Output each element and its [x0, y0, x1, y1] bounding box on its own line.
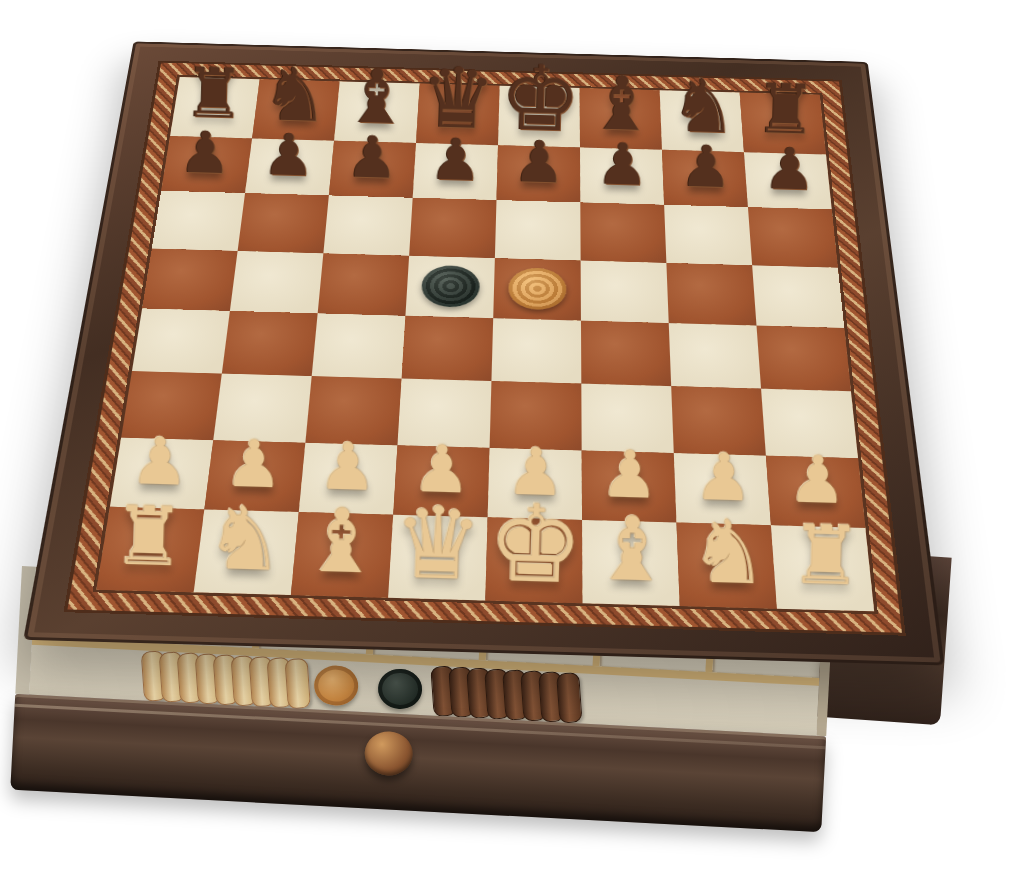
light-rook-h1[interactable]: ♜	[788, 514, 863, 597]
square-b6[interactable]	[238, 193, 329, 253]
square-f5[interactable]	[581, 260, 669, 323]
dark-pawn-h7[interactable]: ♟	[763, 139, 816, 198]
dark-pawn-e7[interactable]: ♟	[513, 132, 566, 191]
square-h4[interactable]	[756, 326, 850, 392]
square-a5[interactable]	[142, 248, 238, 311]
product-photo-scene: ♟♟♟♟♟♟♟♟♟♟ ♜♞♝♛♚♝♞♜♟♟♟♟♟♟♟♟♟♟♟♟♟♟♟♟♜♞♝♛♚…	[0, 0, 1024, 882]
square-g7[interactable]: ♟	[662, 150, 748, 207]
square-b1[interactable]: ♞	[194, 509, 299, 595]
square-h6[interactable]	[748, 207, 838, 267]
square-h7[interactable]: ♟	[744, 152, 832, 210]
braid-inlay-border: ♜♞♝♛♚♝♞♜♟♟♟♟♟♟♟♟♟♟♟♟♟♟♟♟♜♞♝♛♚♝♞♜	[64, 61, 906, 636]
dark-pawn-c7[interactable]: ♟	[346, 128, 399, 187]
square-g1[interactable]: ♞	[676, 523, 776, 609]
square-c5[interactable]	[318, 253, 409, 316]
square-h1[interactable]: ♜	[771, 525, 874, 611]
square-b4[interactable]	[222, 311, 318, 377]
square-g4[interactable]	[669, 323, 761, 389]
chess-board-assembly: ♜♞♝♛♚♝♞♜♟♟♟♟♟♟♟♟♟♟♟♟♟♟♟♟♜♞♝♛♚♝♞♜	[90, 0, 894, 763]
square-c6[interactable]	[323, 196, 412, 256]
square-b5[interactable]	[230, 251, 323, 314]
square-d5[interactable]	[405, 255, 494, 318]
square-f4[interactable]	[581, 321, 671, 387]
black-checker-d5[interactable]	[421, 265, 481, 308]
square-f1[interactable]: ♝	[582, 520, 680, 606]
light-knight-g1[interactable]: ♞	[688, 508, 769, 598]
chess-board: ♜♞♝♛♚♝♞♜♟♟♟♟♟♟♟♟♟♟♟♟♟♟♟♟♜♞♝♛♚♝♞♜	[93, 75, 878, 614]
square-a6[interactable]	[152, 191, 245, 251]
square-a4[interactable]	[132, 308, 230, 373]
square-f6[interactable]	[580, 203, 666, 263]
dark-pawn-f7[interactable]: ♟	[596, 134, 649, 193]
light-king-e1[interactable]: ♚	[486, 491, 584, 600]
dark-pawn-g7[interactable]: ♟	[680, 137, 733, 196]
square-e7[interactable]: ♟	[496, 145, 580, 202]
square-d4[interactable]	[402, 316, 494, 382]
dark-rook-h8[interactable]: ♜	[754, 75, 817, 145]
light-bishop-f1[interactable]: ♝	[592, 505, 673, 595]
light-rook-a1[interactable]: ♜	[111, 496, 186, 579]
square-h5[interactable]	[752, 265, 844, 328]
light-knight-b1[interactable]: ♞	[204, 494, 285, 584]
square-c1[interactable]: ♝	[291, 512, 393, 598]
dark-pawn-d7[interactable]: ♟	[429, 130, 482, 189]
walnut-frame: ♜♞♝♛♚♝♞♜♟♟♟♟♟♟♟♟♟♟♟♟♟♟♟♟♜♞♝♛♚♝♞♜	[23, 41, 944, 665]
square-f7[interactable]: ♟	[580, 148, 664, 205]
light-pawn-a2[interactable]: ♟	[130, 429, 190, 496]
board-perspective: ♜♞♝♛♚♝♞♜♟♟♟♟♟♟♟♟♟♟♟♟♟♟♟♟♜♞♝♛♚♝♞♜	[23, 41, 944, 665]
light-bishop-c1[interactable]: ♝	[301, 497, 382, 587]
square-g5[interactable]	[666, 263, 756, 326]
square-e1[interactable]: ♚	[485, 517, 582, 603]
tan-checker-e5[interactable]	[508, 267, 566, 310]
square-d7[interactable]: ♟	[413, 143, 498, 200]
square-c7[interactable]: ♟	[329, 141, 416, 198]
square-g6[interactable]	[664, 205, 752, 265]
square-b7[interactable]: ♟	[245, 138, 334, 195]
square-e4[interactable]	[491, 318, 581, 384]
square-c4[interactable]	[312, 313, 406, 379]
dark-pawn-b7[interactable]: ♟	[262, 125, 315, 184]
light-queen-d1[interactable]: ♛	[392, 492, 484, 594]
dark-pawn-a7[interactable]: ♟	[179, 123, 232, 182]
light-pawn-h2[interactable]: ♟	[788, 447, 848, 514]
square-d6[interactable]	[409, 198, 496, 258]
square-e6[interactable]	[495, 200, 581, 260]
square-a7[interactable]: ♟	[161, 136, 252, 193]
square-d1[interactable]: ♛	[388, 515, 488, 601]
square-e5[interactable]	[493, 258, 581, 321]
square-a1[interactable]: ♜	[96, 507, 204, 593]
